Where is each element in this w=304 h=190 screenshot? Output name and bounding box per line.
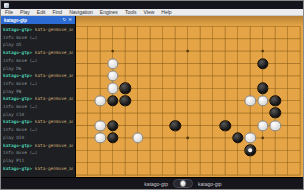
console-log[interactable]: katago-gtp> kata-genmove_analyze winfo m… — [1, 24, 75, 177]
menu-item-engines[interactable]: Engines — [100, 9, 118, 16]
app-window: FilePlayEditFindNavigationEnginesToolsVi… — [0, 0, 304, 190]
console-line: info move (…) — [3, 80, 73, 88]
main-area: katago-gtp ↻✕ katago-gtp> kata-genmove_a… — [1, 16, 303, 177]
console-line: info move (…) — [3, 149, 73, 157]
console-line: info move (…) — [3, 57, 73, 65]
engine-name: katago-gtp — [4, 18, 60, 23]
console-line: play P11 — [3, 157, 73, 165]
console-line: info move (…) — [3, 126, 73, 134]
console-line: katago-gtp> kata-genmove_analyze w — [3, 72, 73, 80]
console-line: play Q10 — [3, 134, 73, 142]
last-move-marker — [248, 149, 252, 153]
menu-item-view[interactable]: View — [144, 9, 155, 16]
engine-header[interactable]: katago-gtp ↻✕ — [1, 16, 75, 24]
console-line: info move (…) — [3, 34, 73, 42]
console-line: play D6 — [3, 65, 73, 73]
menu-bar: FilePlayEditFindNavigationEnginesToolsVi… — [1, 9, 303, 16]
console-line: katago-gtp> kata-genmove_analyze w — [3, 118, 73, 126]
console-line: play P8 — [3, 88, 73, 96]
go-board[interactable] — [76, 16, 303, 177]
close-icon[interactable]: ✕ — [68, 16, 72, 24]
console-line: play C10 — [3, 111, 73, 119]
console-line: katago-gtp> kata-genmove_analyze w — [3, 165, 73, 173]
console-line: katago-gtp> kata-genmove_analyze b — [3, 95, 73, 103]
menu-item-navigation[interactable]: Navigation — [69, 9, 93, 16]
gtp-console-panel: katago-gtp ↻✕ katago-gtp> kata-genmove_a… — [1, 16, 76, 177]
menu-item-help[interactable]: Help — [161, 9, 171, 16]
menu-item-file[interactable]: File — [5, 9, 13, 16]
console-line: katago-gtp> kata-genmove_analyze w — [3, 26, 73, 34]
console-line: info move (…) — [3, 103, 73, 111]
white-engine-label: katago-gtp — [198, 181, 222, 187]
console-line: katago-gtp> kata-genmove_analyze b — [3, 142, 73, 150]
engine-bar: katago-gtp katago-gtp — [1, 177, 303, 189]
black-engine-label: katago-gtp — [144, 181, 168, 187]
app-icon — [4, 3, 9, 8]
menu-item-edit[interactable]: Edit — [37, 9, 46, 16]
white-stone-turn-icon — [180, 180, 187, 187]
menu-item-find[interactable]: Find — [52, 9, 62, 16]
menu-item-tools[interactable]: Tools — [125, 9, 137, 16]
refresh-icon[interactable]: ↻ — [62, 16, 66, 24]
menu-item-play[interactable]: Play — [20, 9, 30, 16]
turn-toggle[interactable] — [173, 179, 193, 188]
console-line: katago-gtp> kata-genmove_analyze b — [3, 49, 73, 57]
console-line: play Q5 — [3, 41, 73, 49]
